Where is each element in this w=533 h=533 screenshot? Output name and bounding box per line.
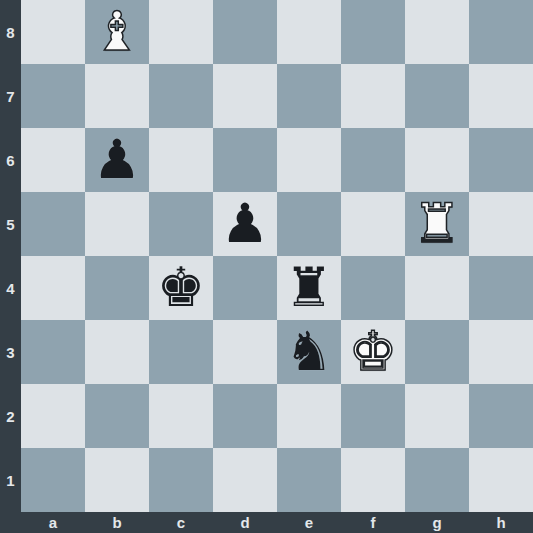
- square-a8[interactable]: [21, 0, 85, 64]
- piece-black-knight[interactable]: ♞: [285, 325, 333, 379]
- square-d1[interactable]: [213, 448, 277, 512]
- square-e3[interactable]: ♞: [277, 320, 341, 384]
- rank-label-4: 4: [0, 256, 21, 320]
- square-h1[interactable]: [469, 448, 533, 512]
- square-c6[interactable]: [149, 128, 213, 192]
- square-c5[interactable]: [149, 192, 213, 256]
- square-a6[interactable]: [21, 128, 85, 192]
- square-f6[interactable]: [341, 128, 405, 192]
- square-e4[interactable]: ♜: [277, 256, 341, 320]
- square-h4[interactable]: [469, 256, 533, 320]
- square-e7[interactable]: [277, 64, 341, 128]
- square-c7[interactable]: [149, 64, 213, 128]
- chess-board: 8♝76♟5♟♜4♚♜3♞♚21abcdefgh: [0, 0, 533, 533]
- square-g5[interactable]: ♜: [405, 192, 469, 256]
- square-e2[interactable]: [277, 384, 341, 448]
- square-c2[interactable]: [149, 384, 213, 448]
- frame-corner: [0, 512, 21, 533]
- square-b3[interactable]: [85, 320, 149, 384]
- square-e5[interactable]: [277, 192, 341, 256]
- square-h7[interactable]: [469, 64, 533, 128]
- file-label-g: g: [405, 512, 469, 533]
- square-a5[interactable]: [21, 192, 85, 256]
- square-g1[interactable]: [405, 448, 469, 512]
- file-label-h: h: [469, 512, 533, 533]
- square-b7[interactable]: [85, 64, 149, 128]
- square-b4[interactable]: [85, 256, 149, 320]
- square-f1[interactable]: [341, 448, 405, 512]
- square-e6[interactable]: [277, 128, 341, 192]
- square-g6[interactable]: [405, 128, 469, 192]
- square-d2[interactable]: [213, 384, 277, 448]
- square-h6[interactable]: [469, 128, 533, 192]
- square-f8[interactable]: [341, 0, 405, 64]
- square-a1[interactable]: [21, 448, 85, 512]
- square-d7[interactable]: [213, 64, 277, 128]
- square-c3[interactable]: [149, 320, 213, 384]
- square-f4[interactable]: [341, 256, 405, 320]
- square-g8[interactable]: [405, 0, 469, 64]
- square-c1[interactable]: [149, 448, 213, 512]
- square-d5[interactable]: ♟: [213, 192, 277, 256]
- piece-black-pawn[interactable]: ♟: [93, 133, 141, 187]
- piece-black-rook[interactable]: ♜: [285, 261, 333, 315]
- square-d6[interactable]: [213, 128, 277, 192]
- square-h8[interactable]: [469, 0, 533, 64]
- square-a2[interactable]: [21, 384, 85, 448]
- rank-label-6: 6: [0, 128, 21, 192]
- piece-black-pawn[interactable]: ♟: [221, 197, 269, 251]
- rank-label-5: 5: [0, 192, 21, 256]
- square-b2[interactable]: [85, 384, 149, 448]
- rank-label-7: 7: [0, 64, 21, 128]
- square-g2[interactable]: [405, 384, 469, 448]
- square-c8[interactable]: [149, 0, 213, 64]
- piece-black-king[interactable]: ♚: [157, 261, 205, 315]
- square-b5[interactable]: [85, 192, 149, 256]
- square-h3[interactable]: [469, 320, 533, 384]
- square-a3[interactable]: [21, 320, 85, 384]
- file-label-d: d: [213, 512, 277, 533]
- square-e1[interactable]: [277, 448, 341, 512]
- square-f2[interactable]: [341, 384, 405, 448]
- square-d8[interactable]: [213, 0, 277, 64]
- file-label-e: e: [277, 512, 341, 533]
- square-d3[interactable]: [213, 320, 277, 384]
- square-b1[interactable]: [85, 448, 149, 512]
- square-a7[interactable]: [21, 64, 85, 128]
- square-e8[interactable]: [277, 0, 341, 64]
- square-h5[interactable]: [469, 192, 533, 256]
- square-h2[interactable]: [469, 384, 533, 448]
- square-g4[interactable]: [405, 256, 469, 320]
- square-b8[interactable]: ♝: [85, 0, 149, 64]
- square-b6[interactable]: ♟: [85, 128, 149, 192]
- square-f7[interactable]: [341, 64, 405, 128]
- piece-white-bishop[interactable]: ♝: [93, 5, 141, 59]
- square-c4[interactable]: ♚: [149, 256, 213, 320]
- file-label-b: b: [85, 512, 149, 533]
- square-f3[interactable]: ♚: [341, 320, 405, 384]
- rank-label-2: 2: [0, 384, 21, 448]
- piece-white-rook[interactable]: ♜: [413, 197, 461, 251]
- file-label-f: f: [341, 512, 405, 533]
- file-label-c: c: [149, 512, 213, 533]
- square-f5[interactable]: [341, 192, 405, 256]
- square-a4[interactable]: [21, 256, 85, 320]
- rank-label-8: 8: [0, 0, 21, 64]
- rank-label-1: 1: [0, 448, 21, 512]
- piece-white-king[interactable]: ♚: [349, 325, 397, 379]
- square-d4[interactable]: [213, 256, 277, 320]
- file-label-a: a: [21, 512, 85, 533]
- rank-label-3: 3: [0, 320, 21, 384]
- square-g3[interactable]: [405, 320, 469, 384]
- square-g7[interactable]: [405, 64, 469, 128]
